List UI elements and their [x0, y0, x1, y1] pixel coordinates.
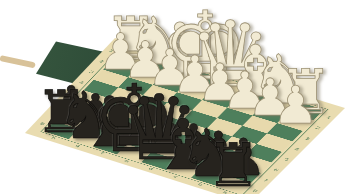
board-coordinate: 4 — [293, 147, 300, 151]
chess-set-photo: hh11gg22ff33ee44dd55cc66bb77aa88 ♜♞♝♚♛♝♞… — [0, 0, 350, 194]
board-coordinate: 5 — [282, 158, 289, 162]
piece-white-pawn: ♟ — [272, 79, 319, 131]
piece-black-rook: ♜ — [206, 135, 260, 194]
wooden-dowel — [0, 55, 36, 68]
board-coordinate: 6 — [272, 168, 279, 172]
board-coordinate: 3 — [303, 137, 310, 141]
